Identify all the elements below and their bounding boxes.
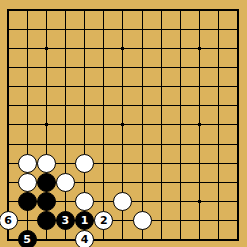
stone-black: 3 <box>56 211 75 230</box>
star-point <box>198 200 201 203</box>
board-horizontal-line <box>7 144 239 145</box>
stone-black: 5 <box>18 230 37 247</box>
move-number-label: 2 <box>100 215 108 226</box>
star-point <box>198 47 201 50</box>
star-point <box>45 47 48 50</box>
move-number-label: 5 <box>23 234 31 245</box>
stone-white: 6 <box>0 211 18 230</box>
board-vertical-line <box>237 9 239 241</box>
stone-white <box>113 192 132 211</box>
stone-black <box>37 192 56 211</box>
stone-black: 1 <box>75 211 94 230</box>
stone-white: 2 <box>94 211 113 230</box>
stone-white: 4 <box>75 230 94 247</box>
stone-black <box>37 211 56 230</box>
move-number-label: 4 <box>81 234 89 245</box>
go-board: 631254 <box>0 0 247 247</box>
stone-white <box>133 211 152 230</box>
stone-white <box>75 154 94 173</box>
stone-white <box>18 173 37 192</box>
stone-black <box>37 173 56 192</box>
board-vertical-line <box>218 9 219 241</box>
board-vertical-line <box>180 9 181 241</box>
board-vertical-line <box>161 9 162 241</box>
stone-white <box>37 154 56 173</box>
board-horizontal-line <box>7 239 239 241</box>
move-number-label: 6 <box>4 215 12 226</box>
stone-white <box>56 173 75 192</box>
move-number-label: 3 <box>62 215 70 226</box>
board-vertical-line <box>142 9 143 241</box>
move-number-label: 1 <box>81 215 89 226</box>
star-point <box>198 123 201 126</box>
star-point <box>121 123 124 126</box>
stone-black <box>18 192 37 211</box>
star-point <box>45 123 48 126</box>
stone-white <box>75 192 94 211</box>
stone-white <box>18 154 37 173</box>
star-point <box>121 47 124 50</box>
